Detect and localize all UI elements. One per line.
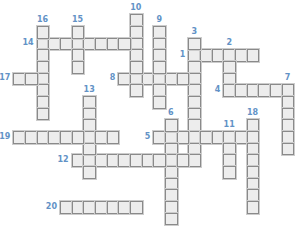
word-number-label: 12 [58,156,69,164]
grid-cell[interactable] [37,26,50,39]
grid-cell[interactable] [72,26,85,39]
grid-cell[interactable] [118,38,131,51]
word-number-label: 4 [215,86,221,94]
word-number-label: 19 [0,133,10,141]
grid-cell[interactable] [83,143,96,156]
grid-cell[interactable] [72,131,85,144]
word-number-label: 8 [110,74,116,82]
grid-cell[interactable] [130,61,143,74]
grid-cell[interactable] [72,61,85,74]
grid-cell[interactable] [247,201,260,214]
word-number-label: 11 [224,121,235,129]
grid-cell[interactable] [153,61,166,74]
word-number-label: 5 [145,133,151,141]
word-number-label: 14 [22,39,33,47]
grid-cell[interactable] [37,108,50,121]
grid-cell[interactable] [223,166,236,179]
grid-cell[interactable] [25,73,38,86]
grid-cell[interactable] [188,38,201,51]
word-number-label: 15 [72,16,83,24]
grid-cell[interactable] [130,84,143,97]
grid-cell[interactable] [165,119,178,132]
word-number-label: 3 [191,28,197,36]
word-number-label: 20 [46,203,57,211]
word-number-label: 6 [168,109,174,117]
grid-cell[interactable] [177,154,190,167]
word-number-label: 2 [226,39,232,47]
grid-cell[interactable] [153,96,166,109]
word-number-label: 10 [130,4,141,12]
grid-cell[interactable] [177,73,190,86]
word-number-label: 17 [0,74,10,82]
crossword-board: 1234567891011121314151617181920 [0,0,300,235]
word-number-label: 1 [180,51,186,59]
grid-cell[interactable] [130,201,143,214]
grid-cell[interactable] [282,143,295,156]
grid-cell[interactable] [165,213,178,226]
word-number-label: 9 [156,16,162,24]
grid-cell[interactable] [177,131,190,144]
grid-cell[interactable] [153,154,166,167]
grid-cell[interactable] [188,154,201,167]
word-number-label: 13 [84,86,95,94]
word-number-label: 16 [37,16,48,24]
word-number-label: 7 [285,74,291,82]
grid-cell[interactable] [247,49,260,62]
grid-cell[interactable] [107,131,120,144]
grid-cell[interactable] [83,166,96,179]
word-number-label: 18 [247,109,258,117]
